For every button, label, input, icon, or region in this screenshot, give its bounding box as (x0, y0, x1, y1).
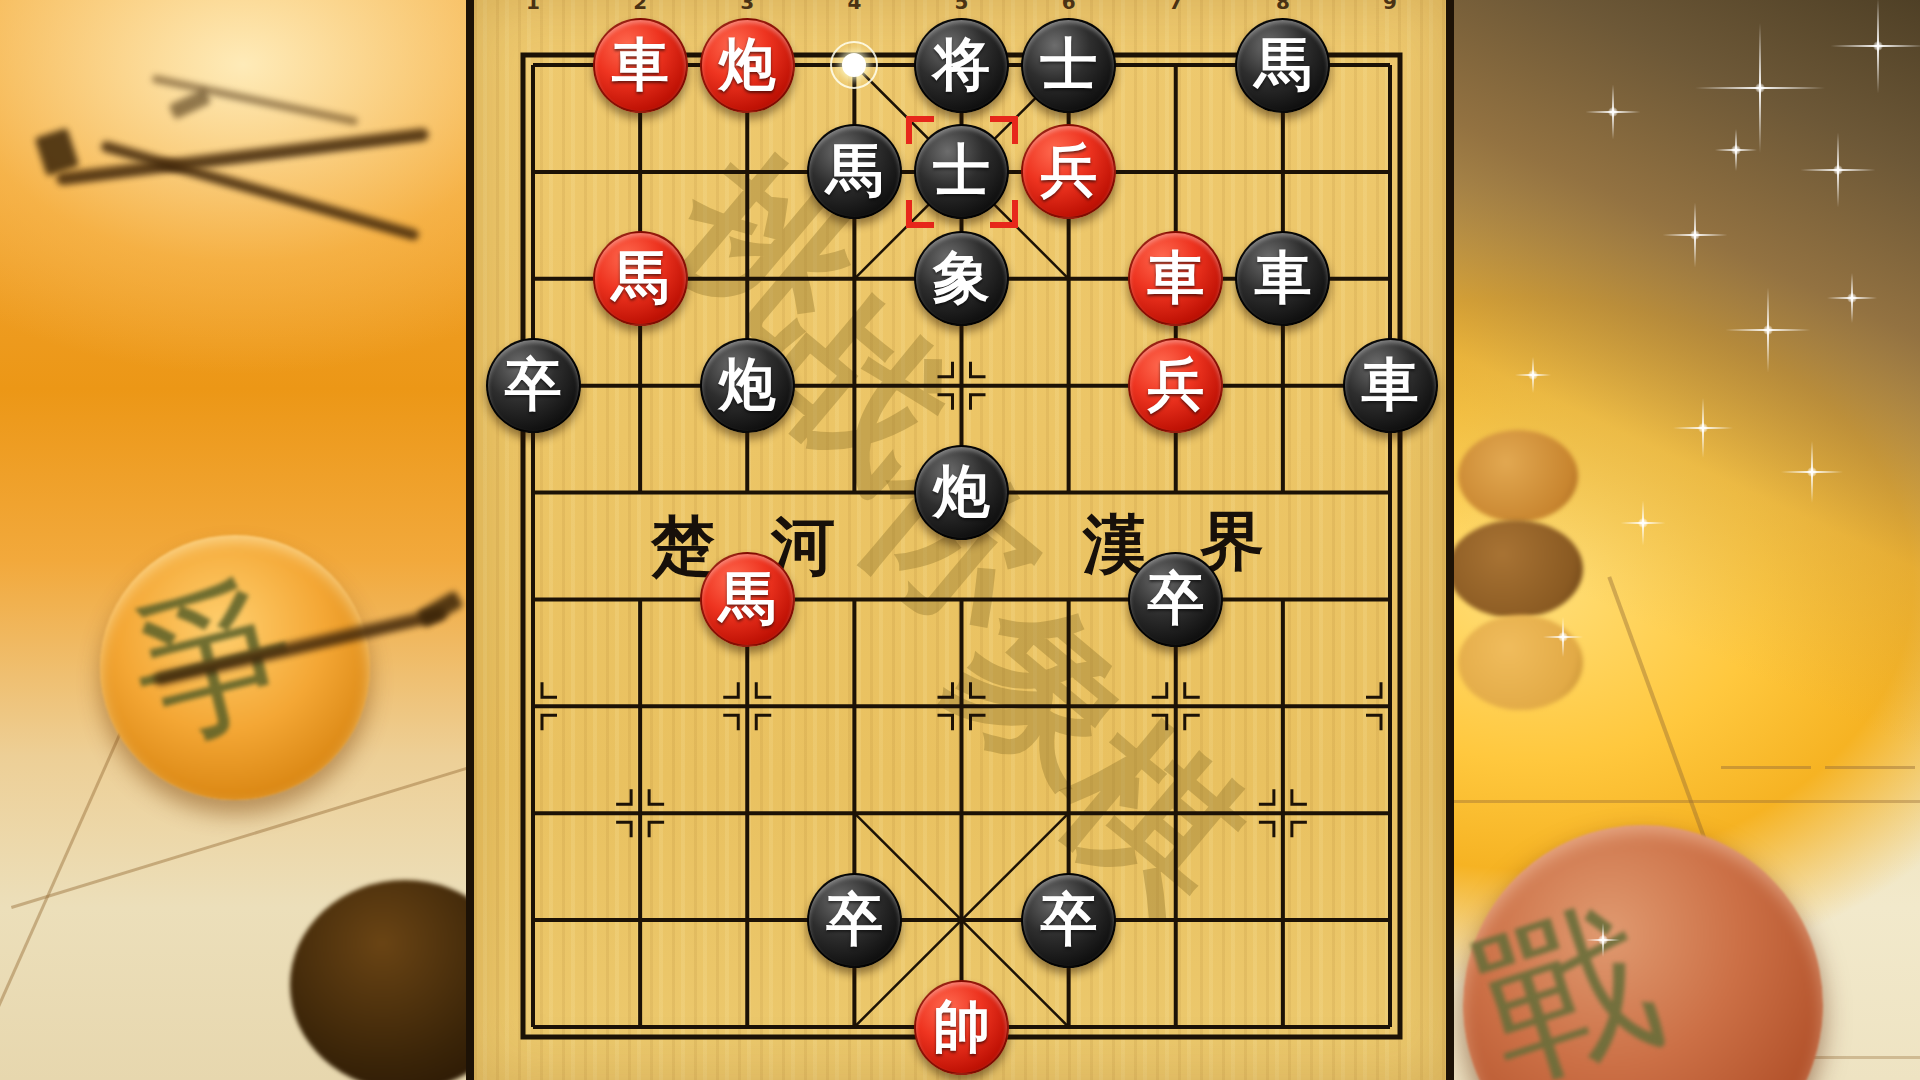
piece-red-chariot[interactable]: 車 (1128, 231, 1223, 326)
blurred-piece-stack (1458, 615, 1583, 710)
nail-head-shape (416, 590, 463, 628)
sparkle-star-icon (1715, 129, 1757, 171)
column-number: 1 (526, 0, 540, 14)
board-photo-line (1453, 800, 1920, 803)
blurred-piece-stack (1458, 430, 1578, 522)
piece-red-horse[interactable]: 馬 (700, 552, 795, 647)
nail-shape (56, 127, 430, 186)
panel-edge (1446, 0, 1454, 1080)
piece-black-soldier[interactable]: 卒 (1128, 552, 1223, 647)
piece-black-cannon[interactable]: 炮 (700, 338, 795, 433)
piece-red-horse[interactable]: 馬 (593, 231, 688, 326)
piece-black-cannon[interactable]: 炮 (914, 445, 1009, 540)
nail-head-shape (35, 128, 80, 177)
xiangqi-video-frame: 爭 戰 挑战你象棋 123456789 楚 河 漢 界 車炮将士馬馬士兵馬象車車… (0, 0, 1920, 1080)
sparkle-star-icon (1673, 398, 1733, 458)
column-number: 4 (847, 0, 861, 14)
column-number: 2 (633, 0, 647, 14)
piece-black-general[interactable]: 将 (914, 18, 1009, 113)
sparkle-star-icon (1801, 133, 1876, 208)
piece-red-soldier[interactable]: 兵 (1021, 124, 1116, 219)
sparkle-star-icon (1663, 203, 1728, 268)
piece-black-chariot[interactable]: 車 (1343, 338, 1438, 433)
blurred-piece-stack (1453, 520, 1583, 618)
column-number: 5 (955, 0, 969, 14)
piece-black-soldier[interactable]: 卒 (486, 338, 581, 433)
column-number: 6 (1062, 0, 1076, 14)
piece-red-cannon[interactable]: 炮 (700, 18, 795, 113)
piece-black-soldier[interactable]: 卒 (1021, 873, 1116, 968)
sparkle-star-icon (1781, 441, 1843, 503)
board-photo-cross-marker (1721, 766, 1811, 769)
background-photo-right: 戰 (1453, 0, 1920, 1080)
background-photo-left: 爭 (0, 0, 467, 1080)
sparkle-star-icon (1515, 357, 1551, 393)
piece-black-horse[interactable]: 馬 (807, 124, 902, 219)
piece-red-soldier[interactable]: 兵 (1128, 338, 1223, 433)
piece-black-soldier[interactable]: 卒 (807, 873, 902, 968)
piece-black-advisor[interactable]: 士 (914, 124, 1009, 219)
sparkle-star-icon (1695, 23, 1825, 153)
sparkle-star-icon (1827, 273, 1877, 323)
watermark-character: 你 (815, 399, 1090, 681)
column-number: 8 (1276, 0, 1290, 14)
piece-red-chariot[interactable]: 車 (593, 18, 688, 113)
sparkle-star-icon (1831, 0, 1920, 94)
column-number: 9 (1383, 0, 1397, 14)
sparkle-star-icon (1726, 288, 1811, 373)
sparkle-star-icon (1621, 501, 1666, 546)
column-number: 3 (740, 0, 754, 14)
board-photo-cross-marker (1825, 766, 1915, 769)
blurred-dark-piece (290, 880, 467, 1080)
board-photo-line (0, 718, 128, 1080)
piece-red-general[interactable]: 帥 (914, 980, 1009, 1075)
column-number: 7 (1169, 0, 1183, 14)
sparkle-star-icon (1586, 85, 1641, 140)
piece-black-elephant[interactable]: 象 (914, 231, 1009, 326)
piece-black-advisor[interactable]: 士 (1021, 18, 1116, 113)
piece-black-horse[interactable]: 馬 (1235, 18, 1330, 113)
piece-black-chariot[interactable]: 車 (1235, 231, 1330, 326)
panel-edge (466, 0, 474, 1080)
